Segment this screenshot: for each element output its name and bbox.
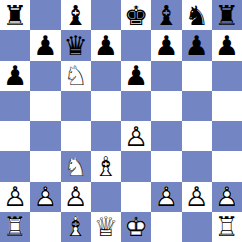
piece-outline-layer: ♖ <box>3 213 27 240</box>
square-h2[interactable]: ♟♙ <box>212 182 242 212</box>
black-pawn-e6[interactable]: ♟ <box>124 62 148 89</box>
square-a2[interactable]: ♟♙ <box>0 182 30 212</box>
piece-glyph: ♟ <box>154 32 178 59</box>
square-e3[interactable] <box>121 151 151 181</box>
square-g8[interactable]: ♞ <box>182 0 212 30</box>
black-pawn-h7[interactable]: ♟ <box>215 32 239 59</box>
piece-glyph: ♜ <box>215 2 239 29</box>
piece-outline-layer: ♙ <box>185 183 209 210</box>
square-g5[interactable] <box>182 91 212 121</box>
square-e4[interactable]: ♟♙ <box>121 121 151 151</box>
square-f8[interactable]: ♝ <box>151 0 181 30</box>
white-pawn-h2[interactable]: ♟♙ <box>215 183 239 210</box>
piece-outline-layer: ♙ <box>154 183 178 210</box>
black-knight-g8[interactable]: ♞ <box>185 2 209 29</box>
square-h3[interactable] <box>212 151 242 181</box>
piece-outline-layer: ♖ <box>215 213 239 240</box>
black-pawn-b7[interactable]: ♟ <box>33 32 57 59</box>
black-pawn-g7[interactable]: ♟ <box>185 32 209 59</box>
square-h8[interactable]: ♜ <box>212 0 242 30</box>
square-a4[interactable] <box>0 121 30 151</box>
white-knight-c6[interactable]: ♞♘ <box>64 62 88 89</box>
black-rook-h8[interactable]: ♜ <box>215 2 239 29</box>
square-b1[interactable] <box>30 212 60 242</box>
piece-outline-layer: ♗ <box>64 213 88 240</box>
square-e7[interactable] <box>121 30 151 60</box>
black-bishop-f8[interactable]: ♝ <box>154 2 178 29</box>
piece-glyph: ♚ <box>124 2 148 29</box>
square-c6[interactable]: ♞♘ <box>61 61 91 91</box>
piece-glyph: ♝ <box>64 2 88 29</box>
square-a7[interactable] <box>0 30 30 60</box>
square-f7[interactable]: ♟ <box>151 30 181 60</box>
black-pawn-a6[interactable]: ♟ <box>3 62 27 89</box>
square-h7[interactable]: ♟ <box>212 30 242 60</box>
square-d2[interactable] <box>91 182 121 212</box>
square-e8[interactable]: ♚ <box>121 0 151 30</box>
square-d5[interactable] <box>91 91 121 121</box>
square-f1[interactable] <box>151 212 181 242</box>
square-e6[interactable]: ♟ <box>121 61 151 91</box>
square-g7[interactable]: ♟ <box>182 30 212 60</box>
square-h4[interactable] <box>212 121 242 151</box>
white-pawn-b2[interactable]: ♟♙ <box>33 183 57 210</box>
square-b6[interactable] <box>30 61 60 91</box>
square-e2[interactable] <box>121 182 151 212</box>
white-pawn-e4[interactable]: ♟♙ <box>124 123 148 150</box>
piece-glyph: ♛ <box>64 32 88 59</box>
white-rook-a1[interactable]: ♜♖ <box>3 213 27 240</box>
black-king-e8[interactable]: ♚ <box>124 2 148 29</box>
square-d8[interactable] <box>91 0 121 30</box>
square-c3[interactable]: ♞♘ <box>61 151 91 181</box>
white-knight-c3[interactable]: ♞♘ <box>64 153 88 180</box>
black-pawn-f7[interactable]: ♟ <box>154 32 178 59</box>
piece-glyph: ♟ <box>215 32 239 59</box>
square-c2[interactable]: ♟♙ <box>61 182 91 212</box>
square-c8[interactable]: ♝ <box>61 0 91 30</box>
piece-outline-layer: ♙ <box>124 123 148 150</box>
black-pawn-d7[interactable]: ♟ <box>94 32 118 59</box>
black-rook-a8[interactable]: ♜ <box>3 2 27 29</box>
square-e1[interactable]: ♚♔ <box>121 212 151 242</box>
square-b3[interactable] <box>30 151 60 181</box>
square-d4[interactable] <box>91 121 121 151</box>
square-a5[interactable] <box>0 91 30 121</box>
piece-outline-layer: ♙ <box>64 183 88 210</box>
piece-outline-layer: ♙ <box>3 183 27 210</box>
white-pawn-a2[interactable]: ♟♙ <box>3 183 27 210</box>
square-f3[interactable] <box>151 151 181 181</box>
square-g2[interactable]: ♟♙ <box>182 182 212 212</box>
piece-glyph: ♟ <box>185 32 209 59</box>
square-h1[interactable]: ♜♖ <box>212 212 242 242</box>
square-f6[interactable] <box>151 61 181 91</box>
square-f5[interactable] <box>151 91 181 121</box>
white-bishop-c1[interactable]: ♝♗ <box>64 213 88 240</box>
piece-glyph: ♟ <box>124 62 148 89</box>
white-bishop-d3[interactable]: ♝♗ <box>94 153 118 180</box>
square-h6[interactable] <box>212 61 242 91</box>
square-b5[interactable] <box>30 91 60 121</box>
square-a1[interactable]: ♜♖ <box>0 212 30 242</box>
square-g6[interactable] <box>182 61 212 91</box>
white-queen-d1[interactable]: ♛♕ <box>94 213 118 240</box>
white-rook-h1[interactable]: ♜♖ <box>215 213 239 240</box>
square-h5[interactable] <box>212 91 242 121</box>
piece-outline-layer: ♘ <box>64 153 88 180</box>
square-c7[interactable]: ♛ <box>61 30 91 60</box>
square-c5[interactable] <box>61 91 91 121</box>
piece-outline-layer: ♕ <box>94 213 118 240</box>
piece-outline-layer: ♙ <box>33 183 57 210</box>
piece-outline-layer: ♔ <box>124 213 148 240</box>
square-d6[interactable] <box>91 61 121 91</box>
piece-glyph: ♟ <box>3 62 27 89</box>
square-e5[interactable] <box>121 91 151 121</box>
square-a6[interactable]: ♟ <box>0 61 30 91</box>
square-b8[interactable] <box>30 0 60 30</box>
square-g3[interactable] <box>182 151 212 181</box>
square-a8[interactable]: ♜ <box>0 0 30 30</box>
black-bishop-c8[interactable]: ♝ <box>64 2 88 29</box>
piece-glyph: ♞ <box>185 2 209 29</box>
piece-outline-layer: ♘ <box>64 62 88 89</box>
white-pawn-g2[interactable]: ♟♙ <box>185 183 209 210</box>
black-queen-c7[interactable]: ♛ <box>64 32 88 59</box>
piece-outline-layer: ♗ <box>94 153 118 180</box>
white-pawn-c2[interactable]: ♟♙ <box>64 183 88 210</box>
square-d1[interactable]: ♛♕ <box>91 212 121 242</box>
white-king-e1[interactable]: ♚♔ <box>124 213 148 240</box>
square-b4[interactable] <box>30 121 60 151</box>
square-b7[interactable]: ♟ <box>30 30 60 60</box>
square-a3[interactable] <box>0 151 30 181</box>
square-g4[interactable] <box>182 121 212 151</box>
piece-glyph: ♟ <box>94 32 118 59</box>
piece-outline-layer: ♙ <box>215 183 239 210</box>
square-f4[interactable] <box>151 121 181 151</box>
piece-glyph: ♟ <box>33 32 57 59</box>
white-pawn-f2[interactable]: ♟♙ <box>154 183 178 210</box>
square-f2[interactable]: ♟♙ <box>151 182 181 212</box>
square-b2[interactable]: ♟♙ <box>30 182 60 212</box>
square-g1[interactable] <box>182 212 212 242</box>
chess-board: ♜♝♚♝♞♜♟♛♟♟♟♟♟♞♘♟♟♙♞♘♝♗♟♙♟♙♟♙♟♙♟♙♟♙♜♖♝♗♛♕… <box>0 0 242 242</box>
square-c4[interactable] <box>61 121 91 151</box>
square-d7[interactable]: ♟ <box>91 30 121 60</box>
square-d3[interactable]: ♝♗ <box>91 151 121 181</box>
piece-glyph: ♜ <box>3 2 27 29</box>
piece-glyph: ♝ <box>154 2 178 29</box>
square-c1[interactable]: ♝♗ <box>61 212 91 242</box>
